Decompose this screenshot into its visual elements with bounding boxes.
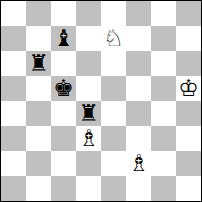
black-bishop: ♝ [53,26,74,51]
square-g3[interactable] [151,126,176,151]
square-b8[interactable] [26,1,51,26]
square-f7[interactable] [126,26,151,51]
square-f8[interactable] [126,1,151,26]
square-e1[interactable] [101,176,126,201]
square-f4[interactable] [126,101,151,126]
square-h7[interactable] [176,26,201,51]
square-d4[interactable]: ♜ [76,101,101,126]
square-b1[interactable] [26,176,51,201]
square-f5[interactable] [126,76,151,101]
square-a6[interactable] [1,51,26,76]
square-b3[interactable] [26,126,51,151]
square-c4[interactable] [51,101,76,126]
square-d3[interactable]: ♗ [76,126,101,151]
square-h5[interactable]: ♔ [176,76,201,101]
square-g4[interactable] [151,101,176,126]
square-h6[interactable] [176,51,201,76]
square-e8[interactable] [101,1,126,26]
square-c3[interactable] [51,126,76,151]
square-h3[interactable] [176,126,201,151]
square-a4[interactable] [1,101,26,126]
square-c8[interactable] [51,1,76,26]
square-e7[interactable]: ♘ [101,26,126,51]
square-d6[interactable] [76,51,101,76]
square-g6[interactable] [151,51,176,76]
square-a2[interactable] [1,151,26,176]
white-bishop: ♗ [78,126,99,151]
square-g2[interactable] [151,151,176,176]
black-king: ♚ [53,76,74,101]
square-b4[interactable] [26,101,51,126]
square-f2[interactable]: ♗ [126,151,151,176]
square-g5[interactable] [151,76,176,101]
square-b7[interactable] [26,26,51,51]
square-g7[interactable] [151,26,176,51]
square-c1[interactable] [51,176,76,201]
square-d7[interactable] [76,26,101,51]
square-c5[interactable]: ♚ [51,76,76,101]
square-f1[interactable] [126,176,151,201]
white-king: ♔ [178,76,199,101]
square-e4[interactable] [101,101,126,126]
square-c2[interactable] [51,151,76,176]
square-b6[interactable]: ♜ [26,51,51,76]
square-e2[interactable] [101,151,126,176]
square-a1[interactable] [1,176,26,201]
square-d1[interactable] [76,176,101,201]
square-c7[interactable]: ♝ [51,26,76,51]
square-h4[interactable] [176,101,201,126]
square-f3[interactable] [126,126,151,151]
square-e5[interactable] [101,76,126,101]
square-a5[interactable] [1,76,26,101]
chess-board: ♝♘♜♚♔♜♗♗ [0,0,202,202]
square-h2[interactable] [176,151,201,176]
square-b5[interactable] [26,76,51,101]
square-d2[interactable] [76,151,101,176]
square-a3[interactable] [1,126,26,151]
square-f6[interactable] [126,51,151,76]
square-e6[interactable] [101,51,126,76]
square-d8[interactable] [76,1,101,26]
square-a7[interactable] [1,26,26,51]
square-a8[interactable] [1,1,26,26]
square-b2[interactable] [26,151,51,176]
white-knight: ♘ [103,26,124,51]
square-g1[interactable] [151,176,176,201]
white-bishop: ♗ [128,151,149,176]
square-c6[interactable] [51,51,76,76]
square-e3[interactable] [101,126,126,151]
square-h8[interactable] [176,1,201,26]
square-h1[interactable] [176,176,201,201]
square-d5[interactable] [76,76,101,101]
black-rook: ♜ [78,101,99,126]
black-rook: ♜ [28,51,49,76]
square-g8[interactable] [151,1,176,26]
